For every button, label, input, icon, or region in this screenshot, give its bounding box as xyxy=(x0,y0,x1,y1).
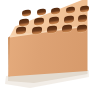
brick-hole-r1-c0 xyxy=(19,18,29,26)
brick-hole-r0-c4 xyxy=(80,5,89,13)
brick-hole-r2-c1 xyxy=(31,26,41,34)
brick-hole-r2-c0 xyxy=(16,26,26,34)
brick-hole-r0-c0 xyxy=(22,9,31,17)
brick-hole-r0-c1 xyxy=(37,8,46,16)
brick-hole-r2-c4 xyxy=(77,24,87,32)
brick-hole-r0-c3 xyxy=(66,6,75,14)
brick-hole-r1-c1 xyxy=(34,17,44,25)
brick-hole-r1-c2 xyxy=(49,16,59,24)
brick-hole-r2-c3 xyxy=(62,25,72,33)
brick-holes-grid xyxy=(0,0,90,100)
brick-hole-r0-c2 xyxy=(51,7,60,15)
brick-hole-r1-c3 xyxy=(64,15,74,23)
brick-photo xyxy=(0,0,90,100)
brick-hole-r1-c4 xyxy=(78,14,87,22)
brick-hole-r2-c2 xyxy=(47,25,57,33)
